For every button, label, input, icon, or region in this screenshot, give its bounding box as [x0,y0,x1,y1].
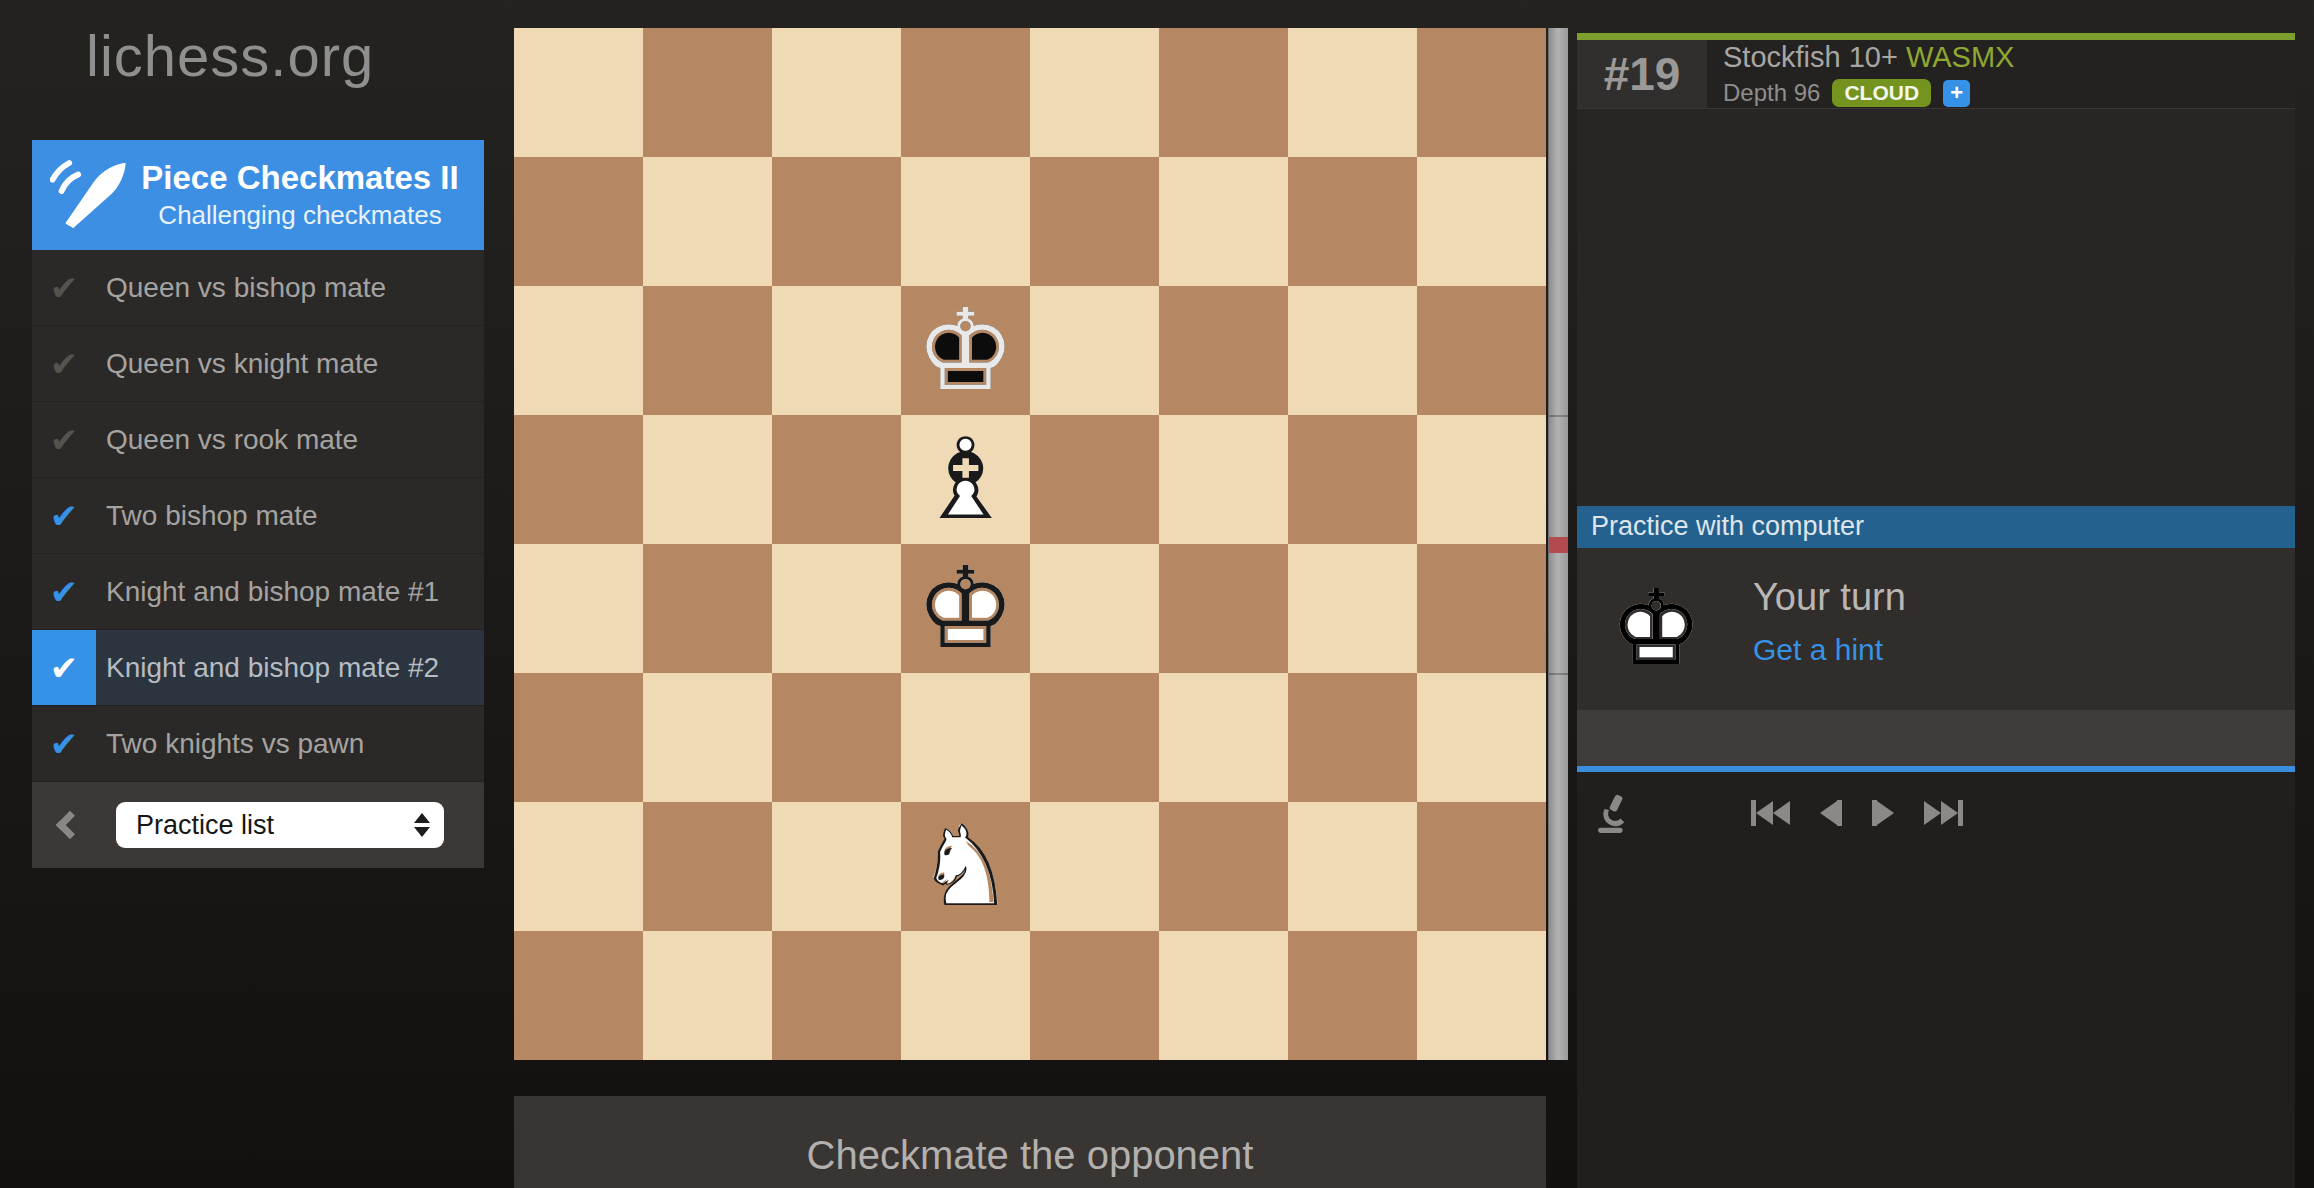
practice-with-computer-header: Practice with computer [1577,506,2295,548]
square-g3[interactable] [1288,673,1417,802]
square-g7[interactable] [1288,157,1417,286]
sidebar-item-label: Knight and bishop mate #2 [106,652,439,684]
eval-gauge [1548,28,1568,1060]
puzzle-number: #19 [1577,40,1707,108]
square-a1[interactable] [514,931,643,1060]
square-c2[interactable] [772,802,901,931]
lichess-practice-page: lichess.org Piece Checkmates II Challeng… [0,0,2314,1188]
square-a5[interactable] [514,415,643,544]
analysis-panel: #19 Stockfish 10+WASMX Depth 96 CLOUD + … [1577,33,2295,1188]
square-g6[interactable] [1288,286,1417,415]
engine-info: Stockfish 10+WASMX Depth 96 CLOUD + [1707,40,2014,108]
sidebar-item-label: Queen vs rook mate [106,424,358,456]
first-move-button[interactable] [1751,800,1790,826]
checkmark-icon: ✔ [32,402,96,477]
square-b6[interactable] [643,286,772,415]
square-b8[interactable] [643,28,772,157]
square-b2[interactable] [643,802,772,931]
white-king-icon: ♚ ♔ [1601,558,1711,698]
black-king-d6[interactable]: ♚♔ [901,286,1030,415]
square-e7[interactable] [1030,157,1159,286]
square-c5[interactable] [772,415,901,544]
checkmark-icon: ✔ [32,630,96,705]
square-g1[interactable] [1288,931,1417,1060]
square-h8[interactable] [1417,28,1546,157]
square-a3[interactable] [514,673,643,802]
square-f2[interactable] [1159,802,1288,931]
checkmark-icon: ✔ [32,706,96,781]
square-c6[interactable] [772,286,901,415]
lichess-logo[interactable]: lichess.org [86,22,374,89]
sidebar-item-knight-and-bishop-mate-1[interactable]: ✔Knight and bishop mate #1 [32,554,484,630]
square-h6[interactable] [1417,286,1546,415]
square-f7[interactable] [1159,157,1288,286]
square-c4[interactable] [772,544,901,673]
square-a7[interactable] [514,157,643,286]
goal-text: Checkmate the opponent [807,1133,1254,1178]
analysis-microscope-icon[interactable] [1591,792,1635,838]
add-engine-line-button[interactable]: + [1943,80,1970,107]
sidebar-footer: Practice list [32,782,484,868]
square-b7[interactable] [643,157,772,286]
previous-move-button[interactable] [1820,800,1842,826]
square-h2[interactable] [1417,802,1546,931]
get-a-hint-link[interactable]: Get a hint [1753,633,1906,667]
sidebar-item-queen-vs-knight-mate[interactable]: ✔Queen vs knight mate [32,326,484,402]
sidebar-item-label: Two knights vs pawn [106,728,364,760]
square-c7[interactable] [772,157,901,286]
white-king-d4[interactable]: ♚♔ [901,544,1030,673]
square-c3[interactable] [772,673,901,802]
square-h4[interactable] [1417,544,1546,673]
practice-section-header[interactable]: Piece Checkmates II Challenging checkmat… [32,140,484,250]
sidebar-item-label: Queen vs bishop mate [106,272,386,304]
move-list-strip [1577,710,2295,766]
goal-bar: Checkmate the opponent [514,1096,1546,1188]
checkmark-icon: ✔ [32,326,96,401]
sidebar-item-label: Queen vs knight mate [106,348,378,380]
collapse-chevron-icon[interactable] [56,811,84,839]
practice-list: ✔Queen vs bishop mate✔Queen vs knight ma… [32,250,484,782]
cloud-badge: CLOUD [1832,79,1931,107]
select-arrows-icon [414,813,430,837]
square-f6[interactable] [1159,286,1288,415]
square-b5[interactable] [643,415,772,544]
square-h1[interactable] [1417,931,1546,1060]
square-g4[interactable] [1288,544,1417,673]
sidebar-item-two-bishop-mate[interactable]: ✔Two bishop mate [32,478,484,554]
square-a4[interactable] [514,544,643,673]
square-e2[interactable] [1030,802,1159,931]
select-value: Practice list [136,810,274,841]
square-e8[interactable] [1030,28,1159,157]
square-c8[interactable] [772,28,901,157]
checkmark-icon: ✔ [32,554,96,629]
engine-tech: WASMX [1906,41,2014,73]
sidebar-item-two-knights-vs-pawn[interactable]: ✔Two knights vs pawn [32,706,484,782]
square-b1[interactable] [643,931,772,1060]
white-king-outline: ♔ [1601,558,1711,698]
square-e5[interactable] [1030,415,1159,544]
practice-list-select[interactable]: Practice list [116,802,444,848]
turn-status: Your turn [1753,576,1906,619]
sidebar-item-queen-vs-bishop-mate[interactable]: ✔Queen vs bishop mate [32,250,484,326]
practice-section-subtitle: Challenging checkmates [134,199,466,233]
square-d8[interactable] [901,28,1030,157]
lance-icon [48,152,134,238]
square-c1[interactable] [772,931,901,1060]
white-knight-d2[interactable]: ♞♘ [901,802,1030,931]
practice-section-title: Piece Checkmates II [134,157,466,198]
last-move-button[interactable] [1924,800,1963,826]
moves-area [1577,109,2295,506]
checkmark-icon: ✔ [32,250,96,325]
square-e1[interactable] [1030,931,1159,1060]
square-g5[interactable] [1288,415,1417,544]
square-f8[interactable] [1159,28,1288,157]
square-f5[interactable] [1159,415,1288,544]
square-f3[interactable] [1159,673,1288,802]
checkmark-icon: ✔ [32,478,96,553]
square-f4[interactable] [1159,544,1288,673]
chess-board[interactable]: ♚♔♝♗♚♔♞♘ [514,28,1546,1060]
square-d3[interactable] [901,673,1030,802]
sidebar-item-knight-and-bishop-mate-2[interactable]: ✔Knight and bishop mate #2 [32,630,484,706]
sidebar-item-queen-vs-rook-mate[interactable]: ✔Queen vs rook mate [32,402,484,478]
square-h7[interactable] [1417,157,1546,286]
square-a2[interactable] [514,802,643,931]
engine-depth: Depth 96 [1723,79,1820,107]
square-d7[interactable] [901,157,1030,286]
square-a8[interactable] [514,28,643,157]
gauge-tick [1549,673,1568,675]
sidebar-item-label: Knight and bishop mate #1 [106,576,439,608]
panel-top-border [1577,33,2295,40]
white-bishop-d5[interactable]: ♝♗ [901,415,1030,544]
practice-body: ♚ ♔ Your turn Get a hint [1577,548,2295,710]
square-e4[interactable] [1030,544,1159,673]
square-b3[interactable] [643,673,772,802]
square-f1[interactable] [1159,931,1288,1060]
square-g8[interactable] [1288,28,1417,157]
practice-sidebar: Piece Checkmates II Challenging checkmat… [32,140,484,868]
square-h5[interactable] [1417,415,1546,544]
square-e3[interactable] [1030,673,1159,802]
playback-controls [1577,772,2295,1188]
square-a6[interactable] [514,286,643,415]
sidebar-item-label: Two bishop mate [106,500,318,532]
eval-gauge-marker [1549,537,1568,553]
square-h3[interactable] [1417,673,1546,802]
engine-header: #19 Stockfish 10+WASMX Depth 96 CLOUD + [1577,40,2295,109]
gauge-tick [1549,415,1568,417]
engine-name: Stockfish 10+ [1723,41,1898,73]
square-e6[interactable] [1030,286,1159,415]
square-g2[interactable] [1288,802,1417,931]
next-move-button[interactable] [1872,800,1894,826]
square-b4[interactable] [643,544,772,673]
square-d1[interactable] [901,931,1030,1060]
